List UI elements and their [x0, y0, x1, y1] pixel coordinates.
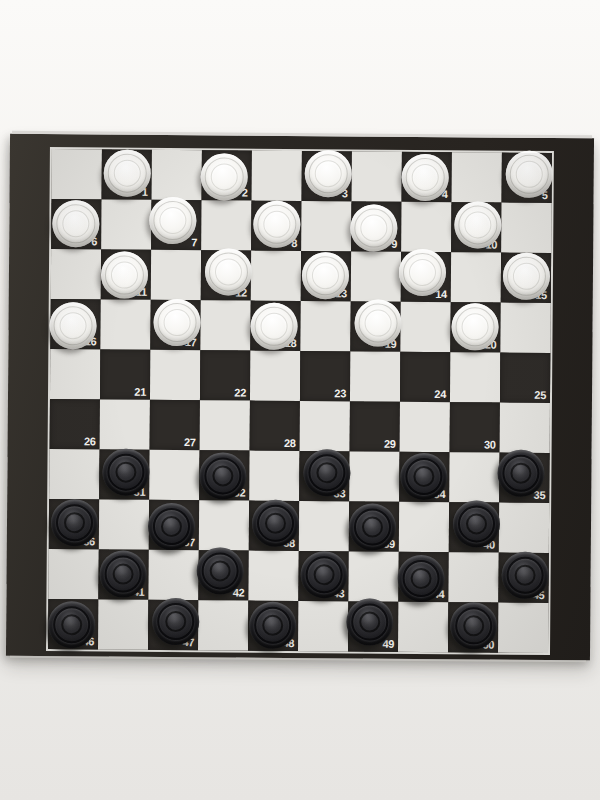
square-28[interactable]: 28	[250, 401, 300, 451]
square-7[interactable]: 7	[151, 200, 201, 250]
white-piece[interactable]	[454, 201, 501, 248]
square-48[interactable]: 48	[248, 601, 298, 651]
light-square	[100, 299, 150, 349]
light-square	[298, 601, 348, 651]
square-27[interactable]: 27	[150, 400, 200, 450]
light-square	[151, 250, 201, 300]
black-piece[interactable]	[501, 551, 548, 598]
light-square	[149, 450, 199, 500]
square-22[interactable]: 22	[200, 350, 250, 400]
white-piece[interactable]	[304, 150, 351, 197]
light-square	[150, 350, 200, 400]
light-square	[49, 449, 99, 499]
square-number: 30	[484, 439, 496, 450]
light-square	[448, 552, 498, 602]
square-number: 24	[434, 389, 446, 400]
square-24[interactable]: 24	[400, 352, 450, 402]
square-21[interactable]: 21	[100, 349, 150, 399]
light-square	[299, 501, 349, 551]
light-square	[452, 152, 502, 202]
square-31[interactable]: 31	[99, 449, 149, 499]
square-42[interactable]: 42	[198, 550, 248, 600]
square-number: 49	[382, 639, 394, 650]
light-square	[300, 301, 350, 351]
black-piece[interactable]	[397, 554, 444, 601]
black-piece[interactable]	[50, 499, 97, 546]
square-2[interactable]: 2	[202, 150, 252, 200]
square-18[interactable]: 18	[250, 301, 300, 351]
square-39[interactable]: 39	[349, 501, 399, 551]
square-15[interactable]: 15	[501, 253, 551, 303]
square-33[interactable]: 33	[299, 451, 349, 501]
light-square	[99, 499, 149, 549]
white-piece[interactable]	[505, 150, 552, 197]
square-9[interactable]: 9	[351, 201, 401, 251]
square-47[interactable]: 47	[148, 600, 198, 650]
white-piece[interactable]	[149, 196, 196, 243]
light-square	[148, 550, 198, 600]
square-46[interactable]: 46	[48, 599, 98, 649]
light-square	[251, 251, 301, 301]
black-piece[interactable]	[400, 452, 447, 499]
black-piece[interactable]	[450, 602, 497, 649]
square-49[interactable]: 49	[348, 601, 398, 651]
light-square	[449, 452, 499, 502]
square-16[interactable]: 16	[50, 299, 100, 349]
light-square	[201, 200, 251, 250]
white-piece[interactable]	[502, 252, 549, 299]
black-piece[interactable]	[199, 452, 246, 499]
white-piece[interactable]	[49, 302, 96, 349]
black-piece[interactable]	[300, 551, 347, 598]
light-square	[501, 203, 551, 253]
square-6[interactable]: 6	[51, 199, 101, 249]
square-41[interactable]: 41	[98, 549, 148, 599]
light-square	[252, 151, 302, 201]
light-square	[350, 351, 400, 401]
square-32[interactable]: 32	[199, 450, 249, 500]
white-piece[interactable]	[401, 153, 448, 200]
square-number: 27	[184, 437, 196, 448]
black-piece[interactable]	[303, 449, 350, 496]
square-5[interactable]: 5	[502, 153, 552, 203]
light-square	[100, 399, 150, 449]
light-square	[398, 602, 448, 652]
light-square	[101, 199, 151, 249]
light-square	[348, 551, 398, 601]
light-square	[401, 202, 451, 252]
square-1[interactable]: 1	[102, 149, 152, 199]
square-number: 23	[334, 388, 346, 399]
light-square	[199, 500, 249, 550]
black-piece[interactable]	[348, 503, 395, 550]
square-11[interactable]: 11	[101, 249, 151, 299]
square-25[interactable]: 25	[500, 353, 550, 403]
light-square	[499, 503, 549, 553]
square-29[interactable]: 29	[350, 401, 400, 451]
square-number: 35	[534, 490, 546, 501]
light-square	[352, 151, 402, 201]
square-23[interactable]: 23	[300, 351, 350, 401]
white-piece[interactable]	[451, 303, 498, 350]
white-piece[interactable]	[354, 299, 401, 346]
light-square	[48, 549, 98, 599]
light-square	[450, 352, 500, 402]
square-number: 42	[233, 587, 245, 598]
light-square	[248, 551, 298, 601]
light-square	[451, 252, 501, 302]
light-square	[98, 599, 148, 649]
square-13[interactable]: 13	[301, 251, 351, 301]
square-17[interactable]: 17	[150, 300, 200, 350]
light-square	[200, 400, 250, 450]
black-piece[interactable]	[152, 597, 199, 644]
white-piece[interactable]	[153, 298, 200, 345]
light-square	[498, 603, 548, 653]
black-piece[interactable]	[99, 550, 146, 597]
square-number: 7	[191, 237, 197, 248]
square-number: 28	[284, 438, 296, 449]
square-36[interactable]: 36	[49, 499, 99, 549]
black-piece[interactable]	[102, 448, 149, 495]
light-square	[500, 303, 550, 353]
light-square	[301, 201, 351, 251]
square-12[interactable]: 12	[201, 250, 251, 300]
black-piece[interactable]	[48, 601, 95, 648]
light-square	[200, 300, 250, 350]
square-4[interactable]: 4	[402, 152, 452, 202]
black-piece[interactable]	[196, 547, 243, 594]
white-piece[interactable]	[204, 248, 251, 295]
square-34[interactable]: 34	[399, 452, 449, 502]
square-number: 22	[234, 387, 246, 398]
square-35[interactable]: 35	[499, 453, 549, 503]
square-19[interactable]: 19	[350, 301, 400, 351]
white-piece[interactable]	[350, 204, 397, 251]
square-44[interactable]: 44	[398, 552, 448, 602]
square-number: 25	[534, 390, 546, 401]
white-piece[interactable]	[103, 149, 150, 196]
square-3[interactable]: 3	[302, 151, 352, 201]
light-square	[351, 251, 401, 301]
square-26[interactable]: 26	[50, 399, 100, 449]
light-square	[198, 600, 248, 650]
light-square	[51, 249, 101, 299]
light-square	[52, 149, 102, 199]
square-38[interactable]: 38	[249, 501, 299, 551]
black-piece[interactable]	[147, 502, 194, 549]
square-20[interactable]: 20	[450, 302, 500, 352]
white-piece[interactable]	[100, 251, 147, 298]
square-45[interactable]: 45	[498, 553, 548, 603]
light-square	[500, 403, 550, 453]
square-number: 29	[384, 439, 396, 450]
square-37[interactable]: 37	[149, 500, 199, 550]
square-14[interactable]: 14	[401, 252, 451, 302]
light-square	[249, 451, 299, 501]
black-piece[interactable]	[497, 449, 544, 496]
white-piece[interactable]	[398, 248, 445, 295]
square-number: 26	[84, 436, 96, 447]
black-piece[interactable]	[249, 601, 296, 648]
square-30[interactable]: 30	[450, 402, 500, 452]
square-40[interactable]: 40	[449, 502, 499, 552]
white-piece[interactable]	[301, 252, 348, 299]
square-number: 21	[134, 387, 146, 398]
light-square	[250, 351, 300, 401]
light-square	[400, 402, 450, 452]
board-grid: 1234567891011121314151617181920212223242…	[46, 147, 554, 655]
light-square	[50, 349, 100, 399]
light-square	[399, 502, 449, 552]
square-number: 14	[435, 289, 447, 300]
light-square	[300, 401, 350, 451]
black-piece[interactable]	[452, 500, 499, 547]
white-piece[interactable]	[253, 200, 300, 247]
square-43[interactable]: 43	[298, 551, 348, 601]
square-10[interactable]: 10	[451, 202, 501, 252]
light-square	[152, 150, 202, 200]
photo-background: 1234567891011121314151617181920212223242…	[0, 0, 600, 800]
black-piece[interactable]	[346, 598, 393, 645]
white-piece[interactable]	[200, 153, 247, 200]
black-piece[interactable]	[251, 499, 298, 546]
light-square	[349, 451, 399, 501]
light-square	[400, 302, 450, 352]
white-piece[interactable]	[52, 200, 99, 247]
square-8[interactable]: 8	[251, 201, 301, 251]
square-50[interactable]: 50	[448, 602, 498, 652]
draughts-board: 1234567891011121314151617181920212223242…	[6, 134, 594, 661]
white-piece[interactable]	[250, 302, 297, 349]
